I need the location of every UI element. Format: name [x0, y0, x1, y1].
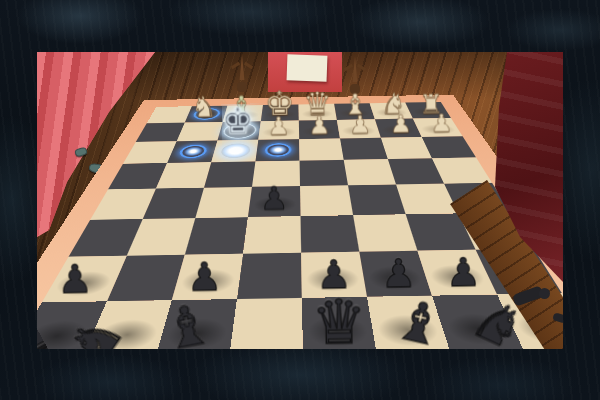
- square-e3[interactable]: [255, 139, 299, 161]
- square-h5[interactable]: [90, 189, 156, 220]
- square-c2[interactable]: ♟: [337, 119, 381, 138]
- move-indicator-dot-e3[interactable]: [264, 143, 291, 157]
- square-f3[interactable]: [211, 140, 258, 162]
- square-d4[interactable]: [300, 160, 348, 186]
- square-h7[interactable]: ♟: [42, 256, 127, 303]
- square-a4[interactable]: [432, 158, 492, 184]
- black-pawn-h7[interactable]: ♟: [57, 260, 93, 300]
- move-indicator-bright-f3[interactable]: [220, 143, 251, 158]
- sconce-spike: [238, 54, 246, 80]
- square-e8[interactable]: [229, 298, 303, 349]
- square-e6[interactable]: [243, 216, 301, 254]
- square-f5[interactable]: [195, 187, 252, 218]
- square-f7[interactable]: ♟: [172, 254, 243, 300]
- square-e5[interactable]: ♟: [248, 186, 301, 217]
- square-f6[interactable]: [185, 217, 248, 255]
- white-knight-g1[interactable]: ♞: [191, 93, 217, 122]
- floating-debris: [74, 147, 88, 158]
- black-queen-d8[interactable]: ♛: [311, 290, 367, 349]
- white-pawn-a2[interactable]: ♟: [430, 111, 452, 136]
- black-pawn-b7[interactable]: ♟: [446, 254, 482, 294]
- square-e2[interactable]: ♟: [258, 121, 299, 140]
- square-f8[interactable]: ♝: [155, 299, 237, 349]
- square-g3[interactable]: [167, 141, 217, 163]
- black-king-f2[interactable]: ♚: [221, 103, 254, 139]
- screenshot-canvas: ♞♝♚♛♝♞♜♚♟♟♟♟♟♟♟♟♟♟♟♟♜♞♝♛♝♞♜: [0, 0, 600, 400]
- sconce-flare: [231, 62, 240, 69]
- paper-sheet: [287, 54, 328, 81]
- square-c5[interactable]: [348, 184, 406, 215]
- square-b4[interactable]: [388, 158, 444, 184]
- square-d3[interactable]: [299, 138, 344, 160]
- sconce-flare: [344, 64, 353, 71]
- white-pawn-e2[interactable]: ♟: [267, 114, 289, 139]
- square-d2[interactable]: ♟: [299, 120, 340, 139]
- white-pawn-b2[interactable]: ♟: [390, 112, 412, 137]
- square-e7[interactable]: [237, 253, 302, 299]
- move-indicator-dot-g3[interactable]: [177, 145, 208, 159]
- sconce-flare: [357, 64, 366, 71]
- square-a2[interactable]: ♟: [413, 118, 463, 137]
- square-d8[interactable]: ♛: [302, 297, 377, 349]
- square-d5[interactable]: [300, 185, 353, 216]
- square-c3[interactable]: [340, 138, 388, 160]
- square-c8[interactable]: ♝: [367, 296, 451, 349]
- square-d6[interactable]: [301, 215, 360, 252]
- white-pawn-c2[interactable]: ♟: [349, 112, 371, 137]
- sconce-flare: [244, 62, 253, 69]
- square-f2[interactable]: ♚: [217, 121, 260, 140]
- black-bishop-f8[interactable]: ♝: [158, 296, 217, 349]
- black-pawn-e5[interactable]: ♟: [260, 183, 289, 215]
- square-g2[interactable]: [177, 122, 223, 141]
- square-f4[interactable]: [204, 161, 255, 187]
- white-pawn-d2[interactable]: ♟: [308, 113, 330, 138]
- sconce-spike: [351, 56, 359, 82]
- black-bishop-c8[interactable]: ♝: [389, 291, 449, 349]
- fallen-piece-head: [539, 288, 550, 299]
- game-viewport: ♞♝♚♛♝♞♜♚♟♟♟♟♟♟♟♟♟♟♟♟♜♞♝♛♝♞♜: [37, 52, 563, 349]
- square-a3[interactable]: [422, 136, 476, 158]
